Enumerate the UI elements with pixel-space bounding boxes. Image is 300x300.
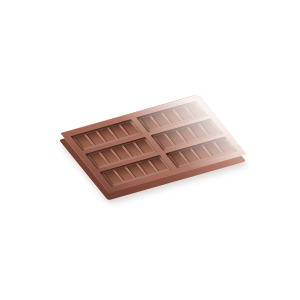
product-photo bbox=[0, 0, 300, 300]
